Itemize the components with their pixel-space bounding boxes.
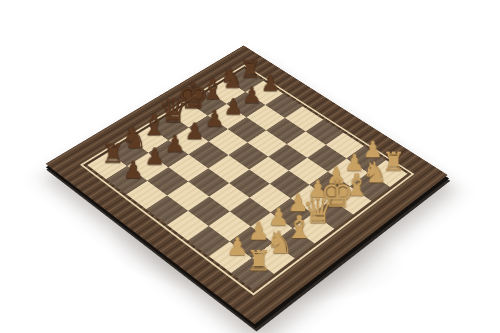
board-grid: ♜♞♝♛♚♝♞♜♟♟♟♟♟♟♟♟♟♟♟♟♟♟♟♟♜♞♝♛♚♝♞♜ (80, 65, 414, 296)
perspective-wrapper: ♜♞♝♛♚♝♞♜♟♟♟♟♟♟♟♟♟♟♟♟♟♟♟♟♜♞♝♛♚♝♞♜ (0, 0, 500, 333)
piece-white-pawn: ♟ (344, 151, 365, 174)
chess-set-product-photo: ♜♞♝♛♚♝♞♜♟♟♟♟♟♟♟♟♟♟♟♟♟♟♟♟♜♞♝♛♚♝♞♜ (0, 0, 500, 333)
square-a2: ♟ (209, 241, 252, 272)
piece-white-pawn: ♟ (362, 138, 382, 161)
piece-white-rook: ♜ (382, 149, 405, 175)
piece-black-pawn: ♟ (261, 73, 280, 95)
piece-black-rook: ♜ (240, 57, 262, 81)
camera-tilt-wrapper: ♜♞♝♛♚♝♞♜♟♟♟♟♟♟♟♟♟♟♟♟♟♟♟♟♜♞♝♛♚♝♞♜ (0, 0, 500, 333)
chess-board: ♜♞♝♛♚♝♞♜♟♟♟♟♟♟♟♟♟♟♟♟♟♟♟♟♜♞♝♛♚♝♞♜ (46, 45, 448, 324)
